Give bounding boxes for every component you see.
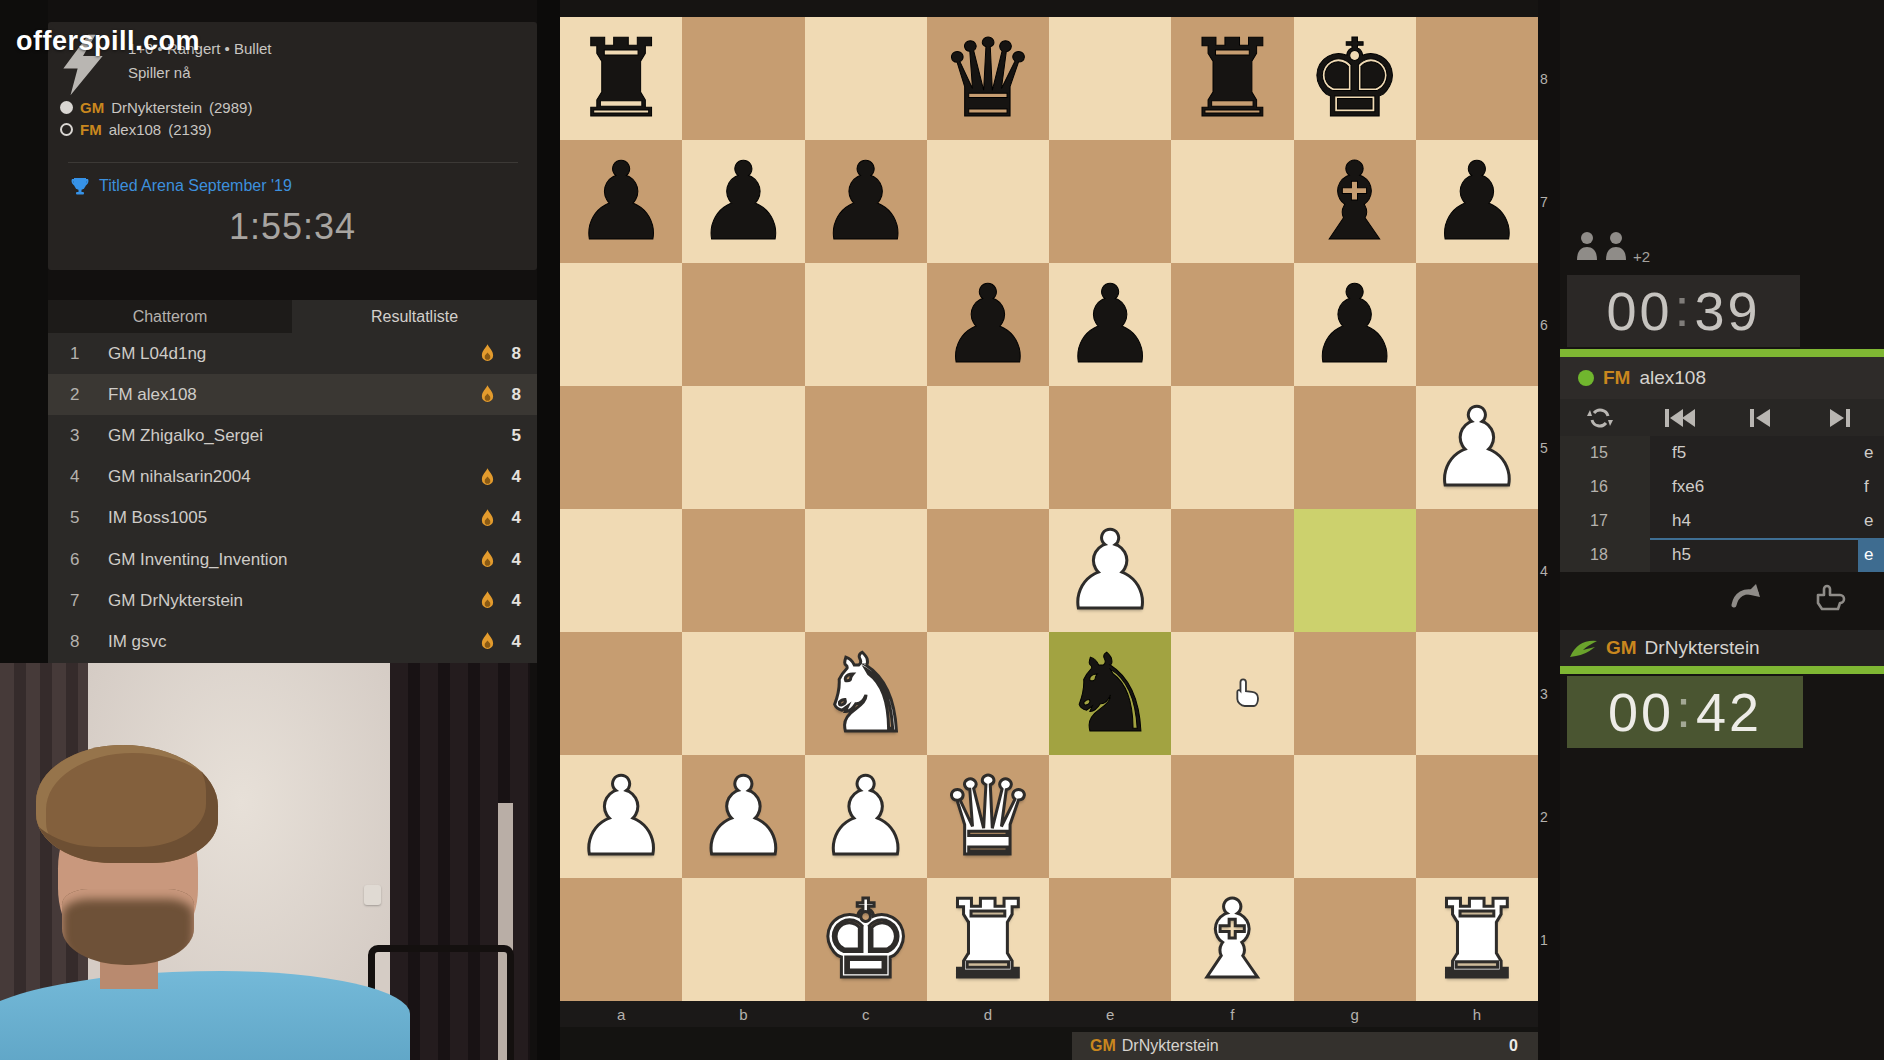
leaderboard-rank: 6 [70, 550, 100, 570]
spectators-count: +2 [1633, 248, 1650, 265]
top-player-row[interactable]: FM alex108 [1560, 357, 1884, 399]
square-g2[interactable] [1294, 755, 1416, 878]
square-c4[interactable] [805, 509, 927, 632]
draw-hand-button[interactable] [1812, 583, 1846, 617]
square-f7[interactable] [1171, 140, 1293, 263]
white-pawn: ♟ [1428, 394, 1525, 502]
leaderboard-score: 8 [499, 385, 521, 405]
bottom-player-name: DrNykterstein [1645, 637, 1760, 659]
square-f6[interactable] [1171, 263, 1293, 386]
black-pawn: ♟ [695, 148, 792, 256]
square-h8[interactable] [1416, 17, 1538, 140]
fire-streak-icon [480, 385, 495, 404]
leaderboard-row[interactable]: 5IM Boss1005 4 [48, 498, 537, 539]
square-h2[interactable] [1416, 755, 1538, 878]
square-e1[interactable] [1049, 878, 1171, 1001]
board-left-gap [537, 0, 560, 1060]
rank-label-3: 3 [1540, 686, 1562, 702]
top-player-name: alex108 [1639, 367, 1706, 389]
leaderboard-rank: 3 [70, 426, 100, 446]
rank-coordinates: 87654321 [1540, 17, 1562, 1001]
spectator-icon-slot [1604, 230, 1628, 265]
clock-seconds: 39 [1695, 280, 1761, 342]
white-color-disc [60, 101, 73, 114]
leaderboard-row[interactable]: 2FM alex108 8 [48, 374, 537, 415]
black-rating: (2139) [168, 121, 211, 138]
spectator-icon [1604, 230, 1628, 262]
square-b6[interactable] [682, 263, 804, 386]
square-c5[interactable] [805, 386, 927, 509]
square-b2[interactable]: ♟ [682, 755, 804, 878]
accent-bar [1560, 666, 1884, 674]
stream-frame: offerspill.com 1+0 • Rangert • Bullet Sp… [0, 0, 1884, 1060]
rank-label-4: 4 [1540, 563, 1562, 579]
featured-player-title: GM [1090, 1037, 1116, 1055]
white-pawn: ♟ [1062, 517, 1159, 625]
leaderboard-score: 4 [499, 508, 521, 528]
leaderboard-player: FM alex108 [108, 385, 480, 405]
black-pawn: ♟ [1428, 148, 1525, 256]
black-king: ♚ [1306, 25, 1403, 133]
board-top-gap [560, 0, 1538, 17]
square-a5[interactable] [560, 386, 682, 509]
fire-streak-icon [480, 509, 495, 528]
square-g1[interactable] [1294, 878, 1416, 1001]
square-g3[interactable] [1294, 632, 1416, 755]
black-pawn: ♟ [573, 148, 670, 256]
move-number: 18 [1560, 538, 1650, 572]
white-move[interactable]: fxe6 [1650, 470, 1858, 504]
leaderboard-score: 4 [499, 591, 521, 611]
square-a3[interactable] [560, 632, 682, 755]
move-row: 18h5e [1560, 538, 1884, 572]
file-label-e: e [1049, 1001, 1171, 1027]
black-move-clipped[interactable]: f [1858, 470, 1884, 504]
square-g5[interactable] [1294, 386, 1416, 509]
takeback-button[interactable] [1726, 583, 1762, 617]
clock-seconds: 42 [1696, 681, 1762, 743]
square-c1[interactable]: ♚ [805, 878, 927, 1001]
square-c7[interactable]: ♟ [805, 140, 927, 263]
tournament-link[interactable]: Titled Arena September '19 [70, 176, 292, 196]
black-title: FM [80, 121, 102, 138]
leaderboard-row[interactable]: 8IM gsvc 4 [48, 621, 537, 662]
featured-player-score: 0 [1509, 1037, 1518, 1055]
spectator-icon-slot [1575, 230, 1599, 265]
streamer-webcam [0, 663, 530, 1060]
square-d1[interactable]: ♜ [927, 878, 1049, 1001]
move-row: 17h4e [1560, 504, 1884, 538]
square-d6[interactable]: ♟ [927, 263, 1049, 386]
clock-minutes: 00 [1608, 681, 1674, 743]
white-pawn: ♟ [817, 763, 914, 871]
white-move[interactable]: h4 [1650, 504, 1858, 538]
square-b5[interactable] [682, 386, 804, 509]
square-a2[interactable]: ♟ [560, 755, 682, 878]
tab-chatroom[interactable]: Chatterom [48, 300, 292, 333]
black-pawn: ♟ [939, 271, 1036, 379]
black-pawn: ♟ [817, 148, 914, 256]
leaderboard-rank: 2 [70, 385, 100, 405]
leaderboard-player: IM gsvc [108, 632, 480, 652]
tournament-clock: 1:55:34 [48, 206, 537, 248]
white-clock: 00:42 [1567, 676, 1803, 748]
clock-colon: : [1674, 276, 1692, 338]
black-queen: ♛ [939, 25, 1036, 133]
board: ♜♛♜♚♟♟♟♝♟♟♟♟♟♟♞♞♟♟♟♛♚♜♝♜ [560, 17, 1538, 1001]
rank-label-6: 6 [1540, 317, 1562, 333]
white-queen: ♛ [939, 763, 1036, 871]
move-row: 16fxe6f [1560, 470, 1884, 504]
fire-streak-icon [480, 632, 495, 651]
move-list: 15f5e16fxe6f17h4e18h5e [1560, 436, 1884, 572]
square-f5[interactable] [1171, 386, 1293, 509]
square-f1[interactable]: ♝ [1171, 878, 1293, 1001]
square-g7[interactable]: ♝ [1294, 140, 1416, 263]
black-color-disc [60, 123, 73, 136]
square-h4[interactable] [1416, 509, 1538, 632]
panel-divider [68, 162, 518, 163]
game-status-label: Spiller nå [128, 64, 191, 81]
leaderboard-score: 4 [499, 632, 521, 652]
leaderboard-row[interactable]: 1GM L04d1ng 8 [48, 333, 537, 374]
square-a4[interactable] [560, 509, 682, 632]
streamer-beard [62, 889, 194, 965]
square-h6[interactable] [1416, 263, 1538, 386]
spectators-row: +2 [1575, 230, 1650, 265]
move-number: 15 [1560, 436, 1650, 470]
white-name: DrNykterstein [111, 99, 202, 116]
square-e5[interactable] [1049, 386, 1171, 509]
leaderboard-score: 8 [499, 344, 521, 364]
square-a1[interactable] [560, 878, 682, 1001]
leaderboard-player: GM DrNykterstein [108, 591, 480, 611]
replay-controls [1560, 399, 1884, 436]
fire-streak-icon [480, 344, 495, 363]
trophy-icon [70, 176, 90, 196]
white-pawn: ♟ [573, 763, 670, 871]
white-player-line[interactable]: GM DrNykterstein (2989) [60, 99, 252, 116]
left-gutter [0, 0, 48, 663]
file-label-g: g [1294, 1001, 1416, 1027]
black-move-clipped[interactable]: e [1858, 436, 1884, 470]
square-h7[interactable]: ♟ [1416, 140, 1538, 263]
white-move[interactable]: h5 [1650, 538, 1858, 572]
white-pawn: ♟ [695, 763, 792, 871]
leaderboard-score: 5 [499, 426, 521, 446]
square-a7[interactable]: ♟ [560, 140, 682, 263]
white-knight: ♞ [817, 640, 914, 748]
leaderboard-rank: 4 [70, 467, 100, 487]
leaderboard-score: 4 [499, 467, 521, 487]
square-b1[interactable] [682, 878, 804, 1001]
leaderboard-player: GM Zhigalko_Sergei [108, 426, 499, 446]
rank-label-1: 1 [1540, 932, 1562, 948]
file-label-f: f [1171, 1001, 1293, 1027]
leaderboard-row[interactable]: 7GM DrNykterstein 4 [48, 580, 537, 621]
square-a6[interactable] [560, 263, 682, 386]
leaderboard-rank: 7 [70, 591, 100, 611]
panel-gap [48, 270, 537, 300]
square-b7[interactable]: ♟ [682, 140, 804, 263]
square-f8[interactable]: ♜ [1171, 17, 1293, 140]
square-g8[interactable]: ♚ [1294, 17, 1416, 140]
leaderboard-player: IM Boss1005 [108, 508, 480, 528]
square-f2[interactable] [1171, 755, 1293, 878]
black-player-line[interactable]: FM alex108 (2139) [60, 121, 212, 138]
file-label-c: c [805, 1001, 927, 1027]
featured-player-name: DrNykterstein [1122, 1037, 1219, 1055]
white-rook: ♜ [1428, 886, 1525, 994]
tournament-leaderboard: 1GM L04d1ng 82FM alex108 83GM Zhigalko_S… [48, 333, 537, 663]
black-knight: ♞ [1062, 640, 1159, 748]
white-move[interactable]: f5 [1650, 436, 1858, 470]
leaderboard-row[interactable]: 6GM Inventing_Invention 4 [48, 539, 537, 580]
light-switch [364, 885, 381, 905]
black-pawn: ♟ [1306, 271, 1403, 379]
square-d7[interactable] [927, 140, 1049, 263]
streamer-shirt [0, 971, 410, 1060]
white-rating: (2989) [209, 99, 252, 116]
square-e3[interactable]: ♞ [1049, 632, 1171, 755]
square-a8[interactable]: ♜ [560, 17, 682, 140]
black-name: alex108 [109, 121, 162, 138]
square-c8[interactable] [805, 17, 927, 140]
leaderboard-rank: 5 [70, 508, 100, 528]
file-label-h: h [1416, 1001, 1538, 1027]
action-row [1560, 580, 1884, 620]
rank-label-8: 8 [1540, 71, 1562, 87]
file-coordinates: abcdefgh [560, 1001, 1538, 1027]
online-dot [1578, 370, 1594, 386]
file-label-a: a [560, 1001, 682, 1027]
move-row: 15f5e [1560, 436, 1884, 470]
leaderboard-rank: 1 [70, 344, 100, 364]
leaderboard-row[interactable]: 3GM Zhigalko_Sergei5 [48, 415, 537, 456]
rank-label-7: 7 [1540, 194, 1562, 210]
leaderboard-rank: 8 [70, 632, 100, 652]
clock-colon: : [1676, 677, 1694, 739]
leaderboard-row[interactable]: 4GM nihalsarin2004 4 [48, 457, 537, 498]
square-d2[interactable]: ♛ [927, 755, 1049, 878]
rank-label-2: 2 [1540, 809, 1562, 825]
leaderboard-score: 4 [499, 550, 521, 570]
cycle-button[interactable] [1560, 399, 1640, 436]
black-rook: ♜ [573, 25, 670, 133]
spectator-icon [1575, 230, 1599, 262]
black-bishop: ♝ [1306, 148, 1403, 256]
square-h3[interactable] [1416, 632, 1538, 755]
square-h5[interactable]: ♟ [1416, 386, 1538, 509]
square-d4[interactable] [927, 509, 1049, 632]
white-king: ♚ [817, 886, 914, 994]
accent-bar [1560, 349, 1884, 357]
square-e8[interactable] [1049, 17, 1171, 140]
featured-player-bar[interactable]: GM DrNykterstein 0 [1072, 1032, 1538, 1060]
move-number: 17 [1560, 504, 1650, 538]
bottom-player-title: GM [1606, 637, 1637, 659]
file-label-d: d [927, 1001, 1049, 1027]
white-title: GM [80, 99, 104, 116]
square-c6[interactable] [805, 263, 927, 386]
rank-label-5: 5 [1540, 440, 1562, 456]
leaderboard-player: GM nihalsarin2004 [108, 467, 480, 487]
black-clock: 00:39 [1567, 275, 1800, 347]
file-label-b: b [682, 1001, 804, 1027]
tournament-name: Titled Arena September '19 [99, 177, 292, 195]
fire-streak-icon [480, 591, 495, 610]
streamer-hair [36, 745, 218, 863]
square-d8[interactable]: ♛ [927, 17, 1049, 140]
square-f4[interactable] [1171, 509, 1293, 632]
square-e6[interactable]: ♟ [1049, 263, 1171, 386]
next-move-button[interactable] [1800, 399, 1880, 436]
white-bishop: ♝ [1184, 886, 1281, 994]
streamer-wing-icon [1568, 637, 1598, 659]
fire-streak-icon [480, 550, 495, 569]
square-b4[interactable] [682, 509, 804, 632]
tab-results[interactable]: Resultatliste [292, 300, 537, 333]
square-c3[interactable]: ♞ [805, 632, 927, 755]
black-move-clipped[interactable]: e [1858, 504, 1884, 538]
black-move-clipped[interactable]: e [1858, 538, 1884, 572]
square-b3[interactable] [682, 632, 804, 755]
square-e4[interactable]: ♟ [1049, 509, 1171, 632]
square-g4[interactable] [1294, 509, 1416, 632]
square-d5[interactable] [927, 386, 1049, 509]
stream-watermark: offerspill.com [16, 26, 200, 57]
square-b8[interactable] [682, 17, 804, 140]
fire-streak-icon [480, 468, 495, 487]
black-pawn: ♟ [1062, 271, 1159, 379]
leaderboard-player: GM Inventing_Invention [108, 550, 480, 570]
move-number: 16 [1560, 470, 1650, 504]
first-move-button[interactable] [1640, 399, 1720, 436]
prev-move-button[interactable] [1720, 399, 1800, 436]
white-rook: ♜ [939, 886, 1036, 994]
square-e7[interactable] [1049, 140, 1171, 263]
square-e2[interactable] [1049, 755, 1171, 878]
black-rook: ♜ [1184, 25, 1281, 133]
top-player-title: FM [1603, 367, 1630, 389]
bottom-player-row[interactable]: GM DrNykterstein [1560, 630, 1884, 666]
leaderboard-player: GM L04d1ng [108, 344, 480, 364]
square-g6[interactable]: ♟ [1294, 263, 1416, 386]
square-d3[interactable] [927, 632, 1049, 755]
square-h1[interactable]: ♜ [1416, 878, 1538, 1001]
mouse-pointer-icon [1232, 678, 1262, 712]
clock-minutes: 00 [1606, 280, 1672, 342]
square-c2[interactable]: ♟ [805, 755, 927, 878]
